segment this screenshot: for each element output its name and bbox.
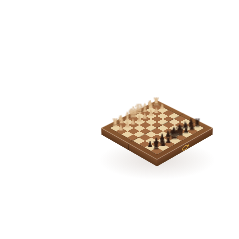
black-rook: ♜	[150, 133, 162, 151]
hinge-seam-front	[128, 143, 129, 150]
white-pawn: ♟	[115, 114, 127, 131]
